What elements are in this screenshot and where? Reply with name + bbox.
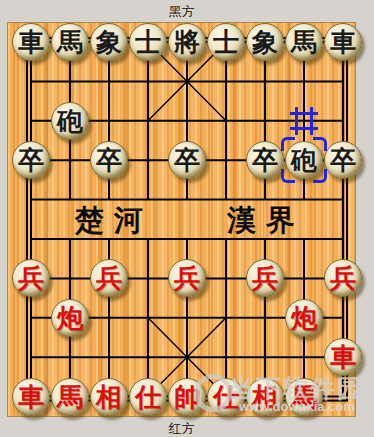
piece-black-general[interactable]: 將 — [168, 23, 206, 61]
piece-red-advisor[interactable]: 仕 — [129, 378, 167, 416]
piece-red-advisor[interactable]: 仕 — [207, 378, 245, 416]
piece-black-advisor[interactable]: 士 — [207, 23, 245, 61]
piece-black-horse[interactable]: 馬 — [285, 23, 323, 61]
piece-black-elephant[interactable]: 象 — [90, 23, 128, 61]
piece-black-horse[interactable]: 馬 — [51, 23, 89, 61]
piece-black-soldier[interactable]: 卒 — [324, 141, 362, 179]
piece-red-horse[interactable]: 馬 — [285, 378, 323, 416]
selected-piece-brackets — [281, 137, 327, 183]
piece-black-elephant[interactable]: 象 — [246, 23, 284, 61]
piece-red-general[interactable]: 帥 — [168, 378, 206, 416]
piece-black-rook[interactable]: 車 — [12, 23, 50, 61]
piece-red-rook[interactable]: 車 — [324, 338, 362, 376]
xiangqi-app-window: 黑方 楚河 漢界 車馬象士將士象馬車砲卒卒卒卒砲卒兵兵兵兵兵炮炮車車馬相仕帥仕相… — [0, 0, 374, 437]
piece-red-cannon[interactable]: 炮 — [51, 299, 89, 337]
river-text-right: 漢界 — [227, 201, 305, 241]
piece-black-rook[interactable]: 車 — [324, 23, 362, 61]
piece-red-rook[interactable]: 車 — [12, 378, 50, 416]
xiangqi-board[interactable]: 楚河 漢界 車馬象士將士象馬車砲卒卒卒卒砲卒兵兵兵兵兵炮炮車車馬相仕帥仕相馬 — [7, 22, 356, 417]
piece-black-soldier[interactable]: 卒 — [12, 141, 50, 179]
piece-red-elephant[interactable]: 相 — [246, 378, 284, 416]
piece-black-soldier[interactable]: 卒 — [90, 141, 128, 179]
river-text-left: 楚河 — [75, 201, 153, 241]
piece-red-horse[interactable]: 馬 — [51, 378, 89, 416]
piece-black-advisor[interactable]: 士 — [129, 23, 167, 61]
piece-red-elephant[interactable]: 相 — [90, 378, 128, 416]
piece-black-cannon[interactable]: 砲 — [51, 102, 89, 140]
piece-black-soldier[interactable]: 卒 — [168, 141, 206, 179]
move-origin-marker — [289, 106, 319, 136]
piece-red-cannon[interactable]: 炮 — [285, 299, 323, 337]
black-side-label: 黑方 — [7, 3, 356, 21]
piece-black-soldier[interactable]: 卒 — [246, 141, 284, 179]
red-side-label: 红方 — [7, 420, 356, 437]
